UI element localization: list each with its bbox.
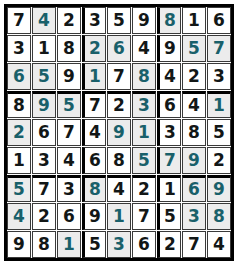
cell-r1c1[interactable]: 7 [7, 7, 31, 34]
cell-r5c3[interactable]: 7 [57, 119, 81, 146]
cell-r3c2[interactable]: 5 [32, 63, 56, 90]
cell-r9c9[interactable]: 4 [207, 231, 231, 258]
cell-r7c2[interactable]: 7 [32, 175, 56, 202]
cell-r9c7[interactable]: 2 [157, 231, 181, 258]
cell-r1c9[interactable]: 6 [207, 7, 231, 34]
cell-r4c1[interactable]: 8 [7, 91, 31, 118]
cell-r1c6[interactable]: 9 [132, 7, 156, 34]
cell-r8c7[interactable]: 5 [157, 203, 181, 230]
cell-r8c4[interactable]: 9 [82, 203, 106, 230]
cell-r2c7[interactable]: 9 [157, 35, 181, 62]
cell-r9c1[interactable]: 9 [7, 231, 31, 258]
cell-r9c3[interactable]: 1 [57, 231, 81, 258]
cell-r6c9[interactable]: 2 [207, 147, 231, 174]
cell-r3c7[interactable]: 4 [157, 63, 181, 90]
cell-r1c5[interactable]: 5 [107, 7, 131, 34]
cell-r8c3[interactable]: 6 [57, 203, 81, 230]
cell-r6c6[interactable]: 5 [132, 147, 156, 174]
cell-r7c5[interactable]: 4 [107, 175, 131, 202]
cell-r4c4[interactable]: 7 [82, 91, 106, 118]
cell-r4c6[interactable]: 3 [132, 91, 156, 118]
cell-r1c3[interactable]: 2 [57, 7, 81, 34]
cell-r2c1[interactable]: 3 [7, 35, 31, 62]
cell-r2c2[interactable]: 1 [32, 35, 56, 62]
cell-r2c8[interactable]: 5 [182, 35, 206, 62]
cell-r4c5[interactable]: 2 [107, 91, 131, 118]
cell-r2c5[interactable]: 6 [107, 35, 131, 62]
cell-r3c3[interactable]: 9 [57, 63, 81, 90]
cell-r2c3[interactable]: 8 [57, 35, 81, 62]
cell-r3c9[interactable]: 3 [207, 63, 231, 90]
cell-r9c8[interactable]: 7 [182, 231, 206, 258]
cell-r7c1[interactable]: 5 [7, 175, 31, 202]
cell-r6c2[interactable]: 3 [32, 147, 56, 174]
cell-r1c2[interactable]: 4 [32, 7, 56, 34]
sudoku-board: 7423598163182649576591784238957236412674… [4, 4, 234, 261]
cell-r7c6[interactable]: 2 [132, 175, 156, 202]
cell-r9c6[interactable]: 6 [132, 231, 156, 258]
cell-r4c3[interactable]: 5 [57, 91, 81, 118]
cell-r1c4[interactable]: 3 [82, 7, 106, 34]
cell-r7c7[interactable]: 1 [157, 175, 181, 202]
cell-r6c7[interactable]: 7 [157, 147, 181, 174]
cell-r9c4[interactable]: 5 [82, 231, 106, 258]
cell-r4c9[interactable]: 1 [207, 91, 231, 118]
cell-r5c5[interactable]: 9 [107, 119, 131, 146]
cell-r7c3[interactable]: 3 [57, 175, 81, 202]
cell-r8c9[interactable]: 8 [207, 203, 231, 230]
cell-r3c6[interactable]: 8 [132, 63, 156, 90]
cell-r9c2[interactable]: 8 [32, 231, 56, 258]
cell-r3c8[interactable]: 2 [182, 63, 206, 90]
cell-r8c1[interactable]: 4 [7, 203, 31, 230]
cell-r5c6[interactable]: 1 [132, 119, 156, 146]
cell-r4c7[interactable]: 6 [157, 91, 181, 118]
cell-r5c2[interactable]: 6 [32, 119, 56, 146]
cell-r5c1[interactable]: 2 [7, 119, 31, 146]
cell-r8c8[interactable]: 3 [182, 203, 206, 230]
cell-r7c9[interactable]: 9 [207, 175, 231, 202]
cell-r5c8[interactable]: 8 [182, 119, 206, 146]
cell-r5c9[interactable]: 5 [207, 119, 231, 146]
sudoku-board-wrapper: 7423598163182649576591784238957236412674… [0, 0, 240, 265]
cell-r1c7[interactable]: 8 [157, 7, 181, 34]
cell-r5c4[interactable]: 4 [82, 119, 106, 146]
cell-r8c5[interactable]: 1 [107, 203, 131, 230]
cell-r4c8[interactable]: 4 [182, 91, 206, 118]
cell-r5c7[interactable]: 3 [157, 119, 181, 146]
cell-r6c5[interactable]: 8 [107, 147, 131, 174]
cell-r2c9[interactable]: 7 [207, 35, 231, 62]
cell-r3c4[interactable]: 1 [82, 63, 106, 90]
cell-r8c6[interactable]: 7 [132, 203, 156, 230]
cell-r6c8[interactable]: 9 [182, 147, 206, 174]
cell-r6c1[interactable]: 1 [7, 147, 31, 174]
cell-r6c3[interactable]: 4 [57, 147, 81, 174]
cell-r6c4[interactable]: 6 [82, 147, 106, 174]
cell-r3c1[interactable]: 6 [7, 63, 31, 90]
cell-r7c4[interactable]: 8 [82, 175, 106, 202]
cell-r2c6[interactable]: 4 [132, 35, 156, 62]
cell-r9c5[interactable]: 3 [107, 231, 131, 258]
cell-r3c5[interactable]: 7 [107, 63, 131, 90]
cell-r7c8[interactable]: 6 [182, 175, 206, 202]
cell-r1c8[interactable]: 1 [182, 7, 206, 34]
cell-r8c2[interactable]: 2 [32, 203, 56, 230]
cell-r4c2[interactable]: 9 [32, 91, 56, 118]
cell-r2c4[interactable]: 2 [82, 35, 106, 62]
